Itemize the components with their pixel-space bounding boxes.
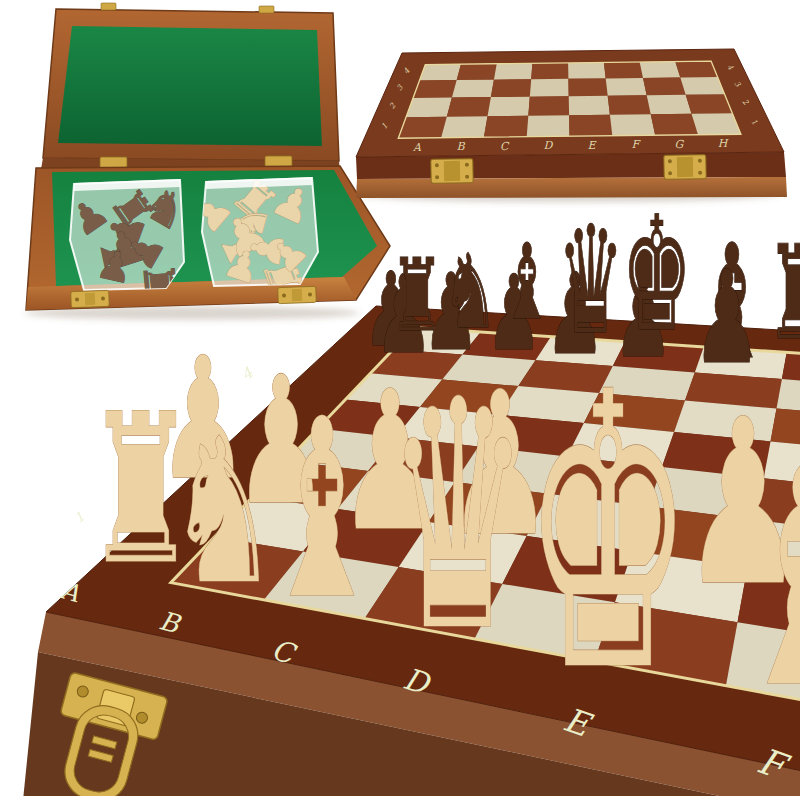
closed-square bbox=[640, 62, 681, 78]
closed-latch-left bbox=[431, 159, 473, 184]
plastic-sheen bbox=[202, 178, 318, 286]
closed-latch-right bbox=[664, 155, 706, 180]
closed-square bbox=[608, 95, 651, 115]
closed-square bbox=[531, 63, 568, 79]
closed-square bbox=[447, 97, 491, 117]
box-latch-left bbox=[71, 290, 110, 307]
closed-square bbox=[528, 96, 569, 116]
closed-file-label: B bbox=[456, 140, 465, 153]
closed-square bbox=[452, 80, 494, 98]
plastic-sheen bbox=[70, 180, 184, 290]
closed-square bbox=[419, 64, 461, 81]
closed-square bbox=[484, 116, 528, 138]
lid-hook-right bbox=[259, 6, 274, 13]
light-queen-piece: ♛ bbox=[387, 333, 529, 701]
closed-file-label: H bbox=[718, 137, 729, 150]
closed-square bbox=[488, 97, 530, 117]
scene-canvas: ♟♜♟♞♝♟♟♟♜♟♜♞♟♝♟♟♟♜♟ABCDEFGH12341234ABCDE… bbox=[0, 0, 800, 796]
closed-square bbox=[569, 96, 610, 116]
lid-hook-left bbox=[101, 3, 116, 10]
dark-rook-piece: ♜ bbox=[765, 217, 800, 369]
closed-square bbox=[441, 116, 487, 138]
open-box: ♟♜♟♞♝♟♟♟♜♟♜♞♟♝♟♟♟♜♟ bbox=[26, 3, 390, 310]
closed-file-label: D bbox=[543, 139, 553, 152]
closed-square bbox=[604, 62, 643, 78]
latch-catch bbox=[85, 293, 95, 305]
latch-catch bbox=[292, 289, 302, 301]
closed-square bbox=[568, 78, 607, 96]
light-bishop-piece: ♝ bbox=[732, 404, 800, 753]
closed-square bbox=[527, 115, 570, 136]
chess-set-product-photo: ♟♜♟♞♝♟♟♟♜♟♜♞♟♝♟♟♟♜♟ABCDEFGH12341234ABCDE… bbox=[0, 0, 800, 796]
box-latch-right bbox=[278, 286, 317, 303]
closed-square bbox=[494, 63, 533, 79]
closed-square bbox=[606, 78, 647, 96]
closed-board: ABCDEFGH12341234 bbox=[356, 49, 787, 198]
closed-square bbox=[651, 114, 698, 135]
light-king-piece: ♚ bbox=[523, 312, 693, 755]
closed-square bbox=[491, 79, 531, 97]
box-lid-felt bbox=[58, 26, 322, 146]
closed-square bbox=[413, 80, 457, 98]
closed-square bbox=[647, 95, 692, 115]
closed-square bbox=[610, 114, 655, 135]
light-bishop-piece: ♝ bbox=[261, 367, 382, 653]
closed-file-label: A bbox=[412, 141, 422, 154]
closed-square bbox=[406, 98, 452, 118]
latch-mechanism bbox=[677, 157, 693, 177]
latch-mechanism bbox=[444, 161, 460, 181]
closed-square bbox=[569, 115, 612, 136]
closed-square bbox=[643, 78, 686, 96]
closed-square bbox=[530, 79, 569, 97]
closed-file-label: G bbox=[675, 138, 685, 151]
main-rank-label: 1 bbox=[72, 509, 88, 526]
closed-square bbox=[457, 64, 497, 80]
closed-square bbox=[675, 61, 717, 77]
closed-square bbox=[568, 62, 606, 78]
